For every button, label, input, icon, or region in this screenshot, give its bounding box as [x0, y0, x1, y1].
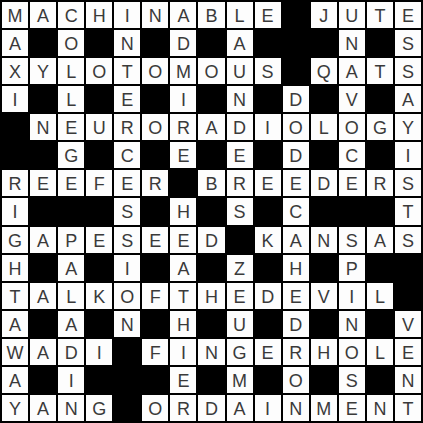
- cell-r15-c11[interactable]: N: [283, 395, 309, 421]
- cell-r4-c9[interactable]: N: [227, 86, 253, 112]
- cell-r8-c13: [339, 198, 365, 224]
- cell-r2-c8: [198, 30, 224, 56]
- cell-r13-c7[interactable]: I: [170, 339, 196, 365]
- cell-r7-c11[interactable]: E: [283, 170, 309, 196]
- cell-r11-c1[interactable]: T: [2, 283, 28, 309]
- cell-r13-c5: [114, 339, 140, 365]
- cell-r8-c6: [142, 198, 168, 224]
- cell-r6-c10: [255, 142, 281, 168]
- cell-r7-c5[interactable]: E: [114, 170, 140, 196]
- cell-r1-c1[interactable]: M: [2, 2, 28, 28]
- cell-r2-c9[interactable]: A: [227, 30, 253, 56]
- cell-r4-c13[interactable]: V: [339, 86, 365, 112]
- cell-r12-c13[interactable]: N: [339, 311, 365, 337]
- cell-r7-c10[interactable]: E: [255, 170, 281, 196]
- cell-r11-c4[interactable]: K: [86, 283, 112, 309]
- cell-r10-c8: [198, 255, 224, 281]
- cell-r5-c12[interactable]: L: [311, 114, 337, 140]
- cell-r15-c14[interactable]: N: [367, 395, 393, 421]
- cell-r13-c10[interactable]: E: [255, 339, 281, 365]
- cell-r3-c7[interactable]: M: [170, 58, 196, 84]
- cell-r2-c15[interactable]: S: [395, 30, 421, 56]
- cell-r15-c8[interactable]: D: [198, 395, 224, 421]
- cell-r13-c2[interactable]: A: [30, 339, 56, 365]
- cell-r9-c2[interactable]: A: [30, 227, 56, 253]
- cell-r3-c13[interactable]: A: [339, 58, 365, 84]
- cell-r8-c5[interactable]: S: [114, 198, 140, 224]
- cell-r8-c15[interactable]: T: [395, 198, 421, 224]
- cell-r7-c12[interactable]: D: [311, 170, 337, 196]
- cell-r9-c9: [227, 227, 253, 253]
- cell-r5-c13[interactable]: O: [339, 114, 365, 140]
- cell-r8-c8: [198, 198, 224, 224]
- cell-r1-c7[interactable]: A: [170, 2, 196, 28]
- cell-r9-c10[interactable]: K: [255, 227, 281, 253]
- cell-r9-c6[interactable]: E: [142, 227, 168, 253]
- cell-r13-c4[interactable]: I: [86, 339, 112, 365]
- cell-r5-c2[interactable]: N: [30, 114, 56, 140]
- cell-r14-c6: [142, 367, 168, 393]
- cell-r10-c2: [30, 255, 56, 281]
- cell-r11-c10[interactable]: D: [255, 283, 281, 309]
- cell-r14-c4: [86, 367, 112, 393]
- cell-r5-c8[interactable]: A: [198, 114, 224, 140]
- cell-r10-c11[interactable]: H: [283, 255, 309, 281]
- cell-r14-c12: [311, 367, 337, 393]
- cell-r8-c14: [367, 198, 393, 224]
- cell-r9-c13[interactable]: S: [339, 227, 365, 253]
- cell-r8-c9[interactable]: S: [227, 198, 253, 224]
- cell-r2-c4: [86, 30, 112, 56]
- cell-r12-c14: [367, 311, 393, 337]
- cell-r13-c15[interactable]: E: [395, 339, 421, 365]
- cell-r15-c2[interactable]: A: [30, 395, 56, 421]
- cell-r2-c2: [30, 30, 56, 56]
- cell-r9-c4[interactable]: E: [86, 227, 112, 253]
- cell-r5-c1: [2, 114, 28, 140]
- cell-r8-c3: [58, 198, 84, 224]
- cell-r3-c6[interactable]: O: [142, 58, 168, 84]
- cell-r9-c3[interactable]: P: [58, 227, 84, 253]
- cell-r1-c11: [283, 2, 309, 28]
- cell-r7-c8[interactable]: B: [198, 170, 224, 196]
- cell-r8-c10: [255, 198, 281, 224]
- cell-r8-c4: [86, 198, 112, 224]
- cell-r6-c14: [367, 142, 393, 168]
- cell-r7-c13[interactable]: E: [339, 170, 365, 196]
- cell-r1-c14[interactable]: T: [367, 2, 393, 28]
- cell-r10-c6: [142, 255, 168, 281]
- cell-r8-c12: [311, 198, 337, 224]
- cell-r9-c14[interactable]: A: [367, 227, 393, 253]
- cell-r11-c14[interactable]: L: [367, 283, 393, 309]
- cell-r3-c15[interactable]: S: [395, 58, 421, 84]
- cell-r8-c2: [30, 198, 56, 224]
- cell-r3-c11: [283, 58, 309, 84]
- cell-r12-c4: [86, 311, 112, 337]
- cell-r1-c2[interactable]: A: [30, 2, 56, 28]
- cell-r5-c9[interactable]: D: [227, 114, 253, 140]
- cell-r14-c13[interactable]: S: [339, 367, 365, 393]
- cell-r4-c6: [142, 86, 168, 112]
- cell-r4-c14: [367, 86, 393, 112]
- cell-r3-c4[interactable]: O: [86, 58, 112, 84]
- cell-r9-c8[interactable]: D: [198, 227, 224, 253]
- cell-r4-c3[interactable]: L: [58, 86, 84, 112]
- cell-r5-c15[interactable]: Y: [395, 114, 421, 140]
- cell-r11-c13[interactable]: I: [339, 283, 365, 309]
- cell-r6-c12: [311, 142, 337, 168]
- cell-r2-c3[interactable]: O: [58, 30, 84, 56]
- cell-r5-c4[interactable]: U: [86, 114, 112, 140]
- cell-r15-c13[interactable]: E: [339, 395, 365, 421]
- cell-r1-c9[interactable]: L: [227, 2, 253, 28]
- cell-r14-c5: [114, 367, 140, 393]
- cell-r12-c2: [30, 311, 56, 337]
- cell-r6-c15[interactable]: I: [395, 142, 421, 168]
- cell-r1-c13[interactable]: U: [339, 2, 365, 28]
- cell-r2-c11: [283, 30, 309, 56]
- cell-r8-c7[interactable]: H: [170, 198, 196, 224]
- cell-r9-c5[interactable]: S: [114, 227, 140, 253]
- cell-r10-c4: [86, 255, 112, 281]
- cell-r4-c1[interactable]: I: [2, 86, 28, 112]
- cell-r3-c2[interactable]: Y: [30, 58, 56, 84]
- cell-r12-c3[interactable]: A: [58, 311, 84, 337]
- cell-r7-c4[interactable]: F: [86, 170, 112, 196]
- cell-r14-c10: [255, 367, 281, 393]
- cell-r12-c12: [311, 311, 337, 337]
- cell-r10-c12: [311, 255, 337, 281]
- cell-r3-c8[interactable]: O: [198, 58, 224, 84]
- cell-r4-c2: [30, 86, 56, 112]
- cell-r12-c11[interactable]: D: [283, 311, 309, 337]
- cell-r14-c2: [30, 367, 56, 393]
- cell-r4-c7[interactable]: I: [170, 86, 196, 112]
- cell-r13-c12[interactable]: H: [311, 339, 337, 365]
- cell-r6-c13[interactable]: C: [339, 142, 365, 168]
- cell-r12-c5[interactable]: N: [114, 311, 140, 337]
- cell-r10-c1[interactable]: H: [2, 255, 28, 281]
- cell-r7-c3[interactable]: E: [58, 170, 84, 196]
- cell-r10-c10: [255, 255, 281, 281]
- cell-r12-c6: [142, 311, 168, 337]
- cell-r2-c10: [255, 30, 281, 56]
- cell-r1-c3[interactable]: C: [58, 2, 84, 28]
- cell-r15-c12[interactable]: M: [311, 395, 337, 421]
- cell-r14-c15[interactable]: N: [395, 367, 421, 393]
- cell-r11-c8[interactable]: H: [198, 283, 224, 309]
- cell-r8-c1[interactable]: I: [2, 198, 28, 224]
- cell-r12-c8: [198, 311, 224, 337]
- cell-r3-c14[interactable]: T: [367, 58, 393, 84]
- cell-r7-c2[interactable]: E: [30, 170, 56, 196]
- cell-r10-c15: [395, 255, 421, 281]
- cell-r14-c3[interactable]: I: [58, 367, 84, 393]
- cell-r11-c2[interactable]: A: [30, 283, 56, 309]
- cell-r11-c12[interactable]: V: [311, 283, 337, 309]
- cell-r11-c5[interactable]: O: [114, 283, 140, 309]
- cell-r2-c1[interactable]: A: [2, 30, 28, 56]
- cell-r12-c7[interactable]: H: [170, 311, 196, 337]
- cell-r12-c10: [255, 311, 281, 337]
- cell-r14-c14: [367, 367, 393, 393]
- cell-r10-c9[interactable]: Z: [227, 255, 253, 281]
- cell-r13-c1[interactable]: W: [2, 339, 28, 365]
- cell-r15-c10[interactable]: I: [255, 395, 281, 421]
- cell-r11-c6[interactable]: F: [142, 283, 168, 309]
- cell-r13-c3[interactable]: D: [58, 339, 84, 365]
- cell-r15-c9[interactable]: A: [227, 395, 253, 421]
- cell-r9-c12[interactable]: N: [311, 227, 337, 253]
- cell-r10-c5[interactable]: I: [114, 255, 140, 281]
- cell-r2-c12: [311, 30, 337, 56]
- cell-r11-c7[interactable]: T: [170, 283, 196, 309]
- cell-r3-c9[interactable]: U: [227, 58, 253, 84]
- cell-r14-c8: [198, 367, 224, 393]
- cell-r7-c15[interactable]: S: [395, 170, 421, 196]
- cell-r15-c4[interactable]: G: [86, 395, 112, 421]
- cell-r13-c11[interactable]: R: [283, 339, 309, 365]
- cell-r4-c5[interactable]: E: [114, 86, 140, 112]
- cell-r6-c8: [198, 142, 224, 168]
- cell-r1-c5[interactable]: I: [114, 2, 140, 28]
- cell-r10-c7[interactable]: A: [170, 255, 196, 281]
- cell-r15-c3[interactable]: N: [58, 395, 84, 421]
- cell-r7-c1[interactable]: R: [2, 170, 28, 196]
- crossword-board: MACHINABLEJUTEAONDANSXYLOTOMOUSQATSILEIN…: [0, 0, 423, 423]
- cell-r12-c9[interactable]: U: [227, 311, 253, 337]
- cell-r3-c3[interactable]: L: [58, 58, 84, 84]
- cell-r7-c14[interactable]: R: [367, 170, 393, 196]
- cell-r13-c9[interactable]: G: [227, 339, 253, 365]
- cell-r7-c7: [170, 170, 196, 196]
- cell-r11-c11[interactable]: E: [283, 283, 309, 309]
- cell-r13-c6[interactable]: F: [142, 339, 168, 365]
- cell-r11-c15: [395, 283, 421, 309]
- cell-r5-c10[interactable]: I: [255, 114, 281, 140]
- cell-r1-c12[interactable]: J: [311, 2, 337, 28]
- cell-r5-c7[interactable]: R: [170, 114, 196, 140]
- cell-r9-c7[interactable]: E: [170, 227, 196, 253]
- cell-r15-c1[interactable]: Y: [2, 395, 28, 421]
- cell-r15-c7[interactable]: R: [170, 395, 196, 421]
- cell-r2-c5[interactable]: N: [114, 30, 140, 56]
- cell-r10-c3[interactable]: A: [58, 255, 84, 281]
- cell-r14-c1[interactable]: A: [2, 367, 28, 393]
- cell-r2-c14: [367, 30, 393, 56]
- cell-r6-c2: [30, 142, 56, 168]
- cell-r4-c10: [255, 86, 281, 112]
- cell-r2-c13[interactable]: N: [339, 30, 365, 56]
- cell-r2-c7[interactable]: D: [170, 30, 196, 56]
- cell-r6-c1: [2, 142, 28, 168]
- cell-r6-c6: [142, 142, 168, 168]
- cell-r12-c15[interactable]: V: [395, 311, 421, 337]
- cell-r5-c14[interactable]: G: [367, 114, 393, 140]
- cell-r13-c13[interactable]: O: [339, 339, 365, 365]
- cell-r10-c13[interactable]: P: [339, 255, 365, 281]
- cell-r6-c7[interactable]: E: [170, 142, 196, 168]
- cell-r6-c11[interactable]: D: [283, 142, 309, 168]
- cell-r1-c8[interactable]: B: [198, 2, 224, 28]
- cell-r9-c1[interactable]: G: [2, 227, 28, 253]
- cell-r6-c9[interactable]: E: [227, 142, 253, 168]
- cell-r15-c5: [114, 395, 140, 421]
- cell-r1-c4[interactable]: H: [86, 2, 112, 28]
- cell-r5-c5[interactable]: R: [114, 114, 140, 140]
- cell-r3-c1[interactable]: X: [2, 58, 28, 84]
- cell-r7-c6[interactable]: R: [142, 170, 168, 196]
- cell-r14-c7[interactable]: E: [170, 367, 196, 393]
- cell-r4-c15[interactable]: A: [395, 86, 421, 112]
- cell-r15-c6[interactable]: O: [142, 395, 168, 421]
- cell-r13-c14[interactable]: L: [367, 339, 393, 365]
- cell-r8-c11[interactable]: C: [283, 198, 309, 224]
- cell-r3-c10[interactable]: S: [255, 58, 281, 84]
- cell-r6-c4: [86, 142, 112, 168]
- cell-r9-c15[interactable]: S: [395, 227, 421, 253]
- cell-r11-c9[interactable]: E: [227, 283, 253, 309]
- cell-r3-c12[interactable]: Q: [311, 58, 337, 84]
- cell-r6-c5[interactable]: C: [114, 142, 140, 168]
- cell-r12-c1[interactable]: A: [2, 311, 28, 337]
- cell-r4-c12: [311, 86, 337, 112]
- cell-r4-c4: [86, 86, 112, 112]
- cell-r11-c3[interactable]: L: [58, 283, 84, 309]
- cell-r5-c3[interactable]: E: [58, 114, 84, 140]
- cell-r15-c15[interactable]: T: [395, 395, 421, 421]
- cell-r14-c11[interactable]: O: [283, 367, 309, 393]
- cell-r6-c3[interactable]: G: [58, 142, 84, 168]
- cell-r10-c14: [367, 255, 393, 281]
- cell-r2-c6: [142, 30, 168, 56]
- cell-r1-c6[interactable]: N: [142, 2, 168, 28]
- cell-r4-c8: [198, 86, 224, 112]
- cell-r3-c5[interactable]: T: [114, 58, 140, 84]
- cell-r5-c11[interactable]: O: [283, 114, 309, 140]
- cell-r4-c11[interactable]: D: [283, 86, 309, 112]
- cell-r1-c10[interactable]: E: [255, 2, 281, 28]
- cell-r13-c8[interactable]: N: [198, 339, 224, 365]
- cell-r9-c11[interactable]: A: [283, 227, 309, 253]
- cell-r7-c9[interactable]: R: [227, 170, 253, 196]
- cell-r5-c6[interactable]: O: [142, 114, 168, 140]
- cell-r14-c9[interactable]: M: [227, 367, 253, 393]
- cell-r1-c15[interactable]: E: [395, 2, 421, 28]
